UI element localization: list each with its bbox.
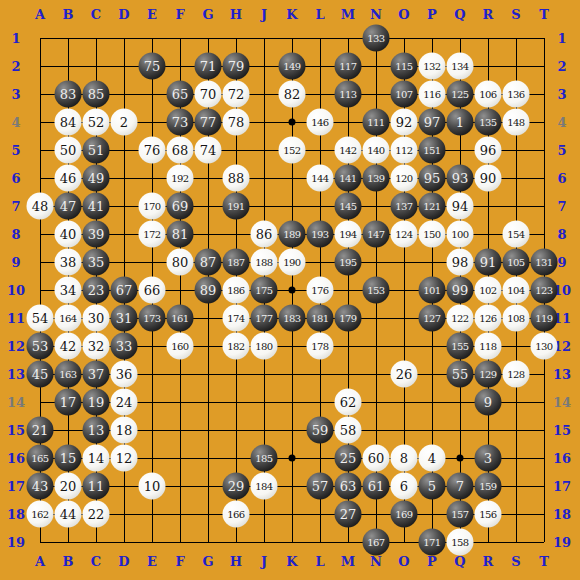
white-stone: 10: [139, 473, 166, 500]
coordinate-label: 14: [7, 396, 25, 409]
coordinate-label: M: [341, 555, 355, 568]
white-stone: 130: [531, 333, 558, 360]
white-stone: 132: [419, 53, 446, 80]
black-stone: 81: [167, 221, 194, 248]
white-stone: 174: [223, 305, 250, 332]
white-stone: 88: [223, 165, 250, 192]
black-stone: 33: [111, 333, 138, 360]
white-stone: 190: [279, 249, 306, 276]
black-stone: 189: [279, 221, 306, 248]
coordinate-label: D: [118, 555, 129, 568]
coordinate-label: 15: [553, 424, 571, 437]
black-stone: 77: [195, 109, 222, 136]
coordinate-label: 5: [11, 144, 20, 157]
white-stone: 80: [167, 249, 194, 276]
black-stone: 11: [83, 473, 110, 500]
black-stone: 175: [251, 277, 278, 304]
coordinate-label: R: [483, 8, 494, 21]
black-stone: 183: [279, 305, 306, 332]
star-point: [289, 119, 296, 126]
black-stone: 117: [335, 53, 362, 80]
white-stone: 100: [447, 221, 474, 248]
black-stone: 121: [419, 193, 446, 220]
coordinate-label: G: [202, 8, 213, 21]
white-stone: 182: [223, 333, 250, 360]
white-stone: 166: [223, 501, 250, 528]
coordinate-label: T: [539, 555, 549, 568]
black-stone: 193: [307, 221, 334, 248]
black-stone: 83: [55, 81, 82, 108]
black-stone: 149: [279, 53, 306, 80]
coordinate-label: 9: [557, 256, 566, 269]
white-stone: 98: [447, 249, 474, 276]
white-stone: 186: [223, 277, 250, 304]
star-point: [289, 455, 296, 462]
coordinate-label: 16: [553, 452, 571, 465]
black-stone: 17: [55, 389, 82, 416]
black-stone: 91: [475, 249, 502, 276]
black-stone: 41: [83, 193, 110, 220]
white-stone: 156: [475, 501, 502, 528]
black-stone: 55: [447, 361, 474, 388]
coordinate-label: Q: [454, 8, 465, 21]
coordinate-label: 6: [11, 172, 20, 185]
white-stone: 144: [307, 165, 334, 192]
white-stone: 136: [503, 81, 530, 108]
white-stone: 162: [27, 501, 54, 528]
white-stone: 62: [335, 389, 362, 416]
white-stone: 148: [503, 109, 530, 136]
black-stone: 145: [335, 193, 362, 220]
white-stone: 72: [223, 81, 250, 108]
coordinate-label: 6: [557, 172, 566, 185]
black-stone: 69: [167, 193, 194, 220]
white-stone: 4: [419, 445, 446, 472]
coordinate-label: 19: [553, 536, 571, 549]
black-stone: 135: [475, 109, 502, 136]
black-stone: 167: [363, 529, 390, 556]
black-stone: 31: [111, 305, 138, 332]
white-stone: 34: [55, 277, 82, 304]
coordinate-label: P: [427, 555, 437, 568]
white-stone: 86: [251, 221, 278, 248]
coordinate-label: H: [230, 8, 242, 21]
coordinate-label: S: [511, 555, 520, 568]
white-stone: 20: [55, 473, 82, 500]
coordinate-label: 16: [7, 452, 25, 465]
black-stone: 75: [139, 53, 166, 80]
white-stone: 78: [223, 109, 250, 136]
black-stone: 105: [503, 249, 530, 276]
white-stone: 118: [475, 333, 502, 360]
coordinate-label: 17: [7, 480, 25, 493]
white-stone: 134: [447, 53, 474, 80]
black-stone: 157: [447, 501, 474, 528]
white-stone: 142: [335, 137, 362, 164]
coordinate-label: D: [118, 8, 129, 21]
coordinate-label: P: [427, 8, 437, 21]
coordinate-label: 4: [11, 116, 20, 129]
white-stone: 14: [83, 445, 110, 472]
coordinate-label: L: [315, 8, 324, 21]
coordinate-label: F: [175, 8, 184, 21]
black-stone: 73: [167, 109, 194, 136]
white-stone: 8: [391, 445, 418, 472]
coordinate-label: 7: [557, 200, 566, 213]
black-stone: 191: [223, 193, 250, 220]
black-stone: 97: [419, 109, 446, 136]
black-stone: 37: [83, 361, 110, 388]
white-stone: 24: [111, 389, 138, 416]
coordinate-label: H: [230, 555, 242, 568]
coordinate-label: 18: [7, 508, 25, 521]
white-stone: 90: [475, 165, 502, 192]
white-stone: 120: [391, 165, 418, 192]
black-stone: 111: [363, 109, 390, 136]
coordinate-label: 17: [553, 480, 571, 493]
white-stone: 178: [307, 333, 334, 360]
black-stone: 169: [391, 501, 418, 528]
coordinate-label: 4: [557, 116, 566, 129]
coordinate-label: A: [35, 8, 45, 21]
black-stone: 155: [447, 333, 474, 360]
white-stone: 58: [335, 417, 362, 444]
black-stone: 179: [335, 305, 362, 332]
black-stone: 131: [531, 249, 558, 276]
coordinate-label: S: [511, 8, 520, 21]
coordinate-label: T: [539, 8, 549, 21]
black-stone: 115: [391, 53, 418, 80]
black-stone: 147: [363, 221, 390, 248]
white-stone: 188: [251, 249, 278, 276]
black-stone: 133: [363, 25, 390, 52]
white-stone: 104: [503, 277, 530, 304]
black-stone: 71: [195, 53, 222, 80]
star-point: [289, 287, 296, 294]
white-stone: 176: [307, 277, 334, 304]
coordinate-label: 13: [553, 368, 571, 381]
coordinate-label: 19: [7, 536, 25, 549]
white-stone: 106: [475, 81, 502, 108]
black-stone: 163: [55, 361, 82, 388]
white-stone: 180: [251, 333, 278, 360]
white-stone: 52: [83, 109, 110, 136]
white-stone: 26: [391, 361, 418, 388]
white-stone: 60: [363, 445, 390, 472]
coordinate-label: E: [147, 8, 157, 21]
white-stone: 40: [55, 221, 82, 248]
white-stone: 18: [111, 417, 138, 444]
black-stone: 185: [251, 445, 278, 472]
white-stone: 172: [139, 221, 166, 248]
coordinate-label: J: [261, 555, 267, 568]
white-stone: 150: [419, 221, 446, 248]
coordinate-label: J: [261, 8, 267, 21]
black-stone: 51: [83, 137, 110, 164]
coordinate-label: 13: [7, 368, 25, 381]
black-stone: 123: [531, 277, 558, 304]
white-stone: 6: [391, 473, 418, 500]
coordinate-label: R: [483, 555, 494, 568]
white-stone: 22: [83, 501, 110, 528]
coordinate-label: 3: [557, 88, 566, 101]
black-stone: 101: [419, 277, 446, 304]
coordinate-label: 10: [7, 284, 25, 297]
coordinate-label: 7: [11, 200, 20, 213]
black-stone: 89: [195, 277, 222, 304]
white-stone: 2: [111, 109, 138, 136]
coordinate-label: O: [398, 555, 409, 568]
black-stone: 63: [335, 473, 362, 500]
coordinate-label: G: [202, 555, 213, 568]
white-stone: 112: [391, 137, 418, 164]
coordinate-label: 5: [557, 144, 566, 157]
black-stone: 35: [83, 249, 110, 276]
black-stone: 113: [335, 81, 362, 108]
white-stone: 160: [167, 333, 194, 360]
white-stone: 92: [391, 109, 418, 136]
white-stone: 128: [503, 361, 530, 388]
black-stone: 43: [27, 473, 54, 500]
white-stone: 154: [503, 221, 530, 248]
black-stone: 79: [223, 53, 250, 80]
black-stone: 85: [83, 81, 110, 108]
coordinate-label: F: [175, 555, 184, 568]
black-stone: 53: [27, 333, 54, 360]
coordinate-label: 12: [7, 340, 25, 353]
coordinate-label: N: [370, 8, 382, 21]
black-stone: 5: [419, 473, 446, 500]
coordinate-label: 3: [11, 88, 20, 101]
go-board[interactable]: AABBCCDDEEFFGGHHJJKKLLMMNNOOPPQQRRSSTT11…: [0, 0, 580, 580]
white-stone: 164: [55, 305, 82, 332]
black-stone: 27: [335, 501, 362, 528]
white-stone: 146: [307, 109, 334, 136]
coordinate-label: 18: [553, 508, 571, 521]
white-stone: 38: [55, 249, 82, 276]
coordinate-label: K: [286, 555, 297, 568]
white-stone: 48: [27, 193, 54, 220]
black-stone: 39: [83, 221, 110, 248]
black-stone: 177: [251, 305, 278, 332]
coordinate-label: B: [63, 555, 74, 568]
black-stone: 7: [447, 473, 474, 500]
black-stone: 21: [27, 417, 54, 444]
black-stone: 47: [55, 193, 82, 220]
coordinate-label: O: [398, 8, 409, 21]
black-stone: 187: [223, 249, 250, 276]
black-stone: 59: [307, 417, 334, 444]
black-stone: 13: [83, 417, 110, 444]
coordinate-label: K: [286, 8, 297, 21]
coordinate-label: 1: [557, 32, 566, 45]
white-stone: 102: [475, 277, 502, 304]
black-stone: 127: [419, 305, 446, 332]
coordinate-label: 15: [7, 424, 25, 437]
white-stone: 194: [335, 221, 362, 248]
black-stone: 137: [391, 193, 418, 220]
white-stone: 124: [391, 221, 418, 248]
black-stone: 67: [111, 277, 138, 304]
white-stone: 116: [419, 81, 446, 108]
black-stone: 171: [419, 529, 446, 556]
white-stone: 76: [139, 137, 166, 164]
coordinate-label: 14: [553, 396, 571, 409]
white-stone: 32: [83, 333, 110, 360]
black-stone: 153: [363, 277, 390, 304]
black-stone: 1: [447, 109, 474, 136]
black-stone: 93: [447, 165, 474, 192]
black-stone: 61: [363, 473, 390, 500]
white-stone: 44: [55, 501, 82, 528]
black-stone: 141: [335, 165, 362, 192]
coordinate-label: 11: [7, 312, 25, 325]
star-point: [457, 455, 464, 462]
black-stone: 19: [83, 389, 110, 416]
black-stone: 173: [139, 305, 166, 332]
black-stone: 49: [83, 165, 110, 192]
white-stone: 140: [363, 137, 390, 164]
coordinate-label: 1: [11, 32, 20, 45]
coordinate-label: M: [341, 8, 355, 21]
black-stone: 129: [475, 361, 502, 388]
white-stone: 46: [55, 165, 82, 192]
white-stone: 54: [27, 305, 54, 332]
black-stone: 125: [447, 81, 474, 108]
black-stone: 107: [391, 81, 418, 108]
coordinate-label: C: [91, 8, 101, 21]
black-stone: 9: [475, 389, 502, 416]
coordinate-label: 2: [557, 60, 566, 73]
coordinate-label: 2: [11, 60, 20, 73]
black-stone: 151: [419, 137, 446, 164]
white-stone: 108: [503, 305, 530, 332]
white-stone: 42: [55, 333, 82, 360]
black-stone: 45: [27, 361, 54, 388]
black-stone: 65: [167, 81, 194, 108]
white-stone: 68: [167, 137, 194, 164]
black-stone: 159: [475, 473, 502, 500]
white-stone: 170: [139, 193, 166, 220]
black-stone: 165: [27, 445, 54, 472]
coordinate-label: E: [147, 555, 157, 568]
white-stone: 50: [55, 137, 82, 164]
black-stone: 15: [55, 445, 82, 472]
white-stone: 122: [447, 305, 474, 332]
white-stone: 66: [139, 277, 166, 304]
white-stone: 36: [111, 361, 138, 388]
coordinate-label: 8: [11, 228, 20, 241]
coordinate-label: N: [370, 555, 382, 568]
coordinate-label: Q: [454, 555, 465, 568]
white-stone: 70: [195, 81, 222, 108]
coordinate-label: B: [63, 8, 74, 21]
white-stone: 158: [447, 529, 474, 556]
black-stone: 95: [419, 165, 446, 192]
coordinate-label: A: [35, 555, 45, 568]
black-stone: 87: [195, 249, 222, 276]
black-stone: 57: [307, 473, 334, 500]
coordinate-label: L: [315, 555, 324, 568]
coordinate-label: 9: [11, 256, 20, 269]
black-stone: 29: [223, 473, 250, 500]
white-stone: 30: [83, 305, 110, 332]
white-stone: 96: [475, 137, 502, 164]
white-stone: 94: [447, 193, 474, 220]
black-stone: 23: [83, 277, 110, 304]
white-stone: 126: [475, 305, 502, 332]
white-stone: 84: [55, 109, 82, 136]
black-stone: 195: [335, 249, 362, 276]
white-stone: 74: [195, 137, 222, 164]
coordinate-label: 8: [557, 228, 566, 241]
coordinate-label: C: [91, 555, 101, 568]
white-stone: 184: [251, 473, 278, 500]
white-stone: 12: [111, 445, 138, 472]
black-stone: 161: [167, 305, 194, 332]
black-stone: 139: [363, 165, 390, 192]
black-stone: 119: [531, 305, 558, 332]
black-stone: 3: [475, 445, 502, 472]
white-stone: 152: [279, 137, 306, 164]
black-stone: 25: [335, 445, 362, 472]
black-stone: 99: [447, 277, 474, 304]
black-stone: 181: [307, 305, 334, 332]
white-stone: 192: [167, 165, 194, 192]
white-stone: 82: [279, 81, 306, 108]
